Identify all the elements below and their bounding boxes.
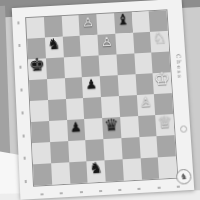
square-f3[interactable] (120, 116, 139, 138)
square-e6[interactable] (99, 54, 118, 76)
white-king-h5[interactable]: ♔ (153, 69, 170, 88)
square-g3[interactable] (138, 115, 157, 137)
mat-brand-text: Chess (175, 54, 184, 80)
black-knight-b7[interactable]: ♞ (47, 37, 61, 52)
rank-label-marks (17, 21, 26, 183)
square-e5[interactable] (100, 75, 119, 97)
square-g1[interactable] (140, 157, 159, 179)
square-b3[interactable] (49, 120, 68, 142)
square-b2[interactable] (50, 141, 69, 163)
square-c1[interactable] (69, 161, 88, 183)
white-pawn-e7[interactable]: ♙ (101, 35, 113, 48)
square-d8[interactable]: ♙ (79, 14, 98, 36)
square-c5[interactable] (64, 77, 83, 99)
white-queen-h3[interactable]: ♕ (157, 114, 172, 131)
square-g8[interactable] (131, 11, 150, 33)
white-knight-h7[interactable]: ♘ (152, 31, 166, 46)
square-h7[interactable]: ♘ (150, 31, 169, 53)
white-pawn-g4[interactable]: ♙ (139, 95, 151, 109)
square-d6[interactable] (81, 55, 100, 77)
square-f1[interactable] (122, 158, 141, 180)
square-a5[interactable] (29, 79, 48, 101)
margin-ring-mark (180, 125, 187, 132)
square-e8[interactable] (96, 13, 115, 35)
square-e2[interactable] (103, 138, 122, 160)
background-shadow-left (0, 6, 11, 176)
square-b1[interactable] (51, 162, 70, 184)
chess-board[interactable]: ♙♝♞♙♘♚♟♔♙♟♛♕♞ (25, 9, 178, 186)
square-c4[interactable] (65, 98, 84, 120)
square-c7[interactable] (62, 36, 81, 58)
black-king-a6[interactable]: ♚ (29, 55, 46, 74)
square-h5[interactable]: ♔ (153, 72, 172, 94)
square-g7[interactable] (133, 32, 152, 54)
square-a6[interactable]: ♚ (28, 58, 47, 80)
square-f7[interactable] (115, 33, 134, 55)
square-a2[interactable] (32, 142, 51, 164)
square-e7[interactable]: ♙ (97, 34, 116, 56)
black-pawn-c3[interactable]: ♟ (70, 120, 82, 134)
square-f2[interactable] (121, 137, 140, 159)
square-g4[interactable]: ♙ (136, 94, 155, 116)
mat-corner-logo: ♞ (176, 169, 192, 185)
square-b7[interactable]: ♞ (45, 37, 64, 59)
square-c8[interactable] (61, 15, 80, 37)
square-g5[interactable] (135, 73, 154, 95)
square-d4[interactable] (83, 97, 102, 119)
square-h3[interactable]: ♕ (155, 114, 174, 136)
square-d3[interactable] (84, 118, 103, 140)
square-b5[interactable] (47, 78, 66, 100)
square-c3[interactable]: ♟ (67, 119, 86, 141)
black-bishop-f8[interactable]: ♝ (116, 12, 130, 27)
black-queen-e3[interactable]: ♛ (104, 117, 119, 134)
square-b6[interactable] (46, 57, 65, 79)
square-g6[interactable] (134, 52, 153, 74)
square-g2[interactable] (139, 136, 158, 158)
square-d7[interactable] (80, 35, 99, 57)
square-a4[interactable] (30, 100, 49, 122)
photo-scene: ♙♝♞♙♘♚♟♔♙♟♛♕♞ Chess ♞ (0, 0, 200, 200)
square-b4[interactable] (48, 99, 67, 121)
square-e1[interactable] (104, 159, 123, 181)
square-f8[interactable]: ♝ (114, 12, 133, 34)
square-f5[interactable] (117, 74, 136, 96)
black-pawn-d5[interactable]: ♟ (85, 77, 97, 91)
white-pawn-d8[interactable]: ♙ (82, 15, 94, 28)
square-d1[interactable]: ♞ (87, 160, 106, 182)
square-c6[interactable] (63, 56, 82, 78)
square-a3[interactable] (31, 121, 50, 143)
square-e3[interactable]: ♛ (102, 117, 121, 139)
square-f6[interactable] (116, 53, 135, 75)
square-a8[interactable] (26, 17, 45, 39)
black-knight-d1[interactable]: ♞ (89, 160, 103, 176)
square-h1[interactable] (158, 156, 177, 178)
square-f4[interactable] (119, 95, 138, 117)
square-c2[interactable] (68, 140, 87, 162)
knight-logo-icon: ♞ (180, 172, 188, 182)
square-d5[interactable]: ♟ (82, 76, 101, 98)
chess-mat: ♙♝♞♙♘♚♟♔♙♟♛♕♞ Chess ♞ (12, 0, 194, 200)
square-h2[interactable] (157, 135, 176, 157)
square-a1[interactable] (33, 163, 52, 185)
